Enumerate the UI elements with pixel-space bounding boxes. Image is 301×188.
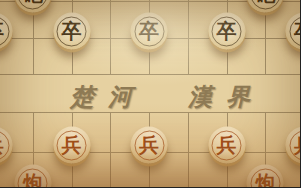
piece-black-cannon[interactable]: 砲	[247, 0, 284, 13]
piece-black-soldier[interactable]: 卒	[131, 13, 168, 50]
piece-character: 炮	[14, 165, 51, 188]
piece-character: 兵	[208, 127, 245, 164]
piece-character: 炮	[247, 165, 284, 188]
file-line	[188, 0, 189, 74]
piece-red-cannon[interactable]: 炮	[247, 165, 284, 188]
piece-black-soldier[interactable]: 卒	[53, 13, 90, 50]
piece-character: 卒	[286, 13, 301, 50]
piece-character: 卒	[0, 13, 13, 50]
piece-black-soldier[interactable]: 卒	[208, 13, 245, 50]
file-line	[110, 0, 111, 74]
piece-character: 卒	[53, 13, 90, 50]
piece-character: 兵	[286, 127, 301, 164]
piece-character: 兵	[131, 127, 168, 164]
file-line	[110, 112, 111, 187]
rank-line	[0, 74, 300, 75]
piece-red-soldier[interactable]: 兵	[286, 127, 301, 164]
piece-red-soldier[interactable]: 兵	[208, 127, 245, 164]
piece-red-cannon[interactable]: 炮	[14, 165, 51, 188]
piece-black-soldier[interactable]: 卒	[0, 13, 13, 50]
piece-red-soldier[interactable]: 兵	[0, 127, 13, 164]
file-line	[188, 112, 189, 187]
piece-character: 卒	[208, 13, 245, 50]
piece-character: 兵	[0, 127, 13, 164]
river-label-han-jie: 漢界	[188, 81, 264, 113]
river-label-chu-he: 楚河	[70, 81, 146, 113]
piece-character: 兵	[53, 127, 90, 164]
xiangqi-board[interactable]: 楚河 漢界 砲砲卒卒卒卒卒兵兵兵兵兵炮炮	[0, 0, 300, 187]
piece-red-soldier[interactable]: 兵	[53, 127, 90, 164]
piece-character: 砲	[14, 0, 51, 13]
piece-character: 卒	[131, 13, 168, 50]
piece-black-soldier[interactable]: 卒	[286, 13, 301, 50]
piece-black-cannon[interactable]: 砲	[14, 0, 51, 13]
piece-red-soldier[interactable]: 兵	[131, 127, 168, 164]
piece-character: 砲	[247, 0, 284, 13]
